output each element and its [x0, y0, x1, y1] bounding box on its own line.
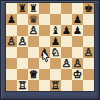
piece-black-king-h8[interactable]: ♚ [83, 3, 94, 14]
piece-white-pawn-g3[interactable]: ♙ [72, 58, 83, 69]
square-c5[interactable] [28, 36, 39, 47]
square-e2[interactable] [50, 69, 61, 80]
square-b7[interactable] [17, 14, 28, 25]
square-g4[interactable] [72, 47, 83, 58]
square-h8[interactable]: ♚ [83, 3, 94, 14]
piece-white-rook-e1[interactable]: ♖ [50, 80, 61, 91]
square-g3[interactable]: ♙ [72, 58, 83, 69]
square-a8[interactable] [6, 3, 17, 14]
square-f6[interactable]: ♟ [61, 25, 72, 36]
square-f2[interactable] [61, 69, 72, 80]
square-a3[interactable] [6, 58, 17, 69]
piece-white-rook-b1[interactable]: ♖ [17, 80, 28, 91]
square-d1[interactable] [39, 80, 50, 91]
square-d3[interactable] [39, 58, 50, 69]
square-f4[interactable] [61, 47, 72, 58]
square-a1[interactable] [6, 80, 17, 91]
square-a5[interactable]: ♙ [6, 36, 17, 47]
square-b6[interactable] [17, 25, 28, 36]
piece-black-pawn-g7[interactable]: ♟ [72, 14, 83, 25]
square-g6[interactable]: ♟ [72, 25, 83, 36]
square-a7[interactable]: ♟ [6, 14, 17, 25]
square-e3[interactable] [50, 58, 61, 69]
square-h1[interactable] [83, 80, 94, 91]
piece-white-pawn-b5[interactable]: ♙ [17, 36, 28, 47]
piece-black-rook-c8[interactable]: ♜ [28, 3, 39, 14]
piece-black-pawn-d4[interactable]: ♟ [39, 47, 50, 58]
square-c4[interactable] [28, 47, 39, 58]
square-f5[interactable] [61, 36, 72, 47]
square-b5[interactable]: ♙ [17, 36, 28, 47]
square-d2[interactable] [39, 69, 50, 80]
square-b1[interactable]: ♖ [17, 80, 28, 91]
piece-black-rook-b8[interactable]: ♜ [17, 3, 28, 14]
square-a6[interactable] [6, 25, 17, 36]
square-g7[interactable]: ♟ [72, 14, 83, 25]
square-e1[interactable]: ♖ [50, 80, 61, 91]
piece-white-knight-e4[interactable]: ♘ [50, 47, 61, 58]
piece-white-pawn-c6[interactable]: ♙ [28, 25, 39, 36]
square-h5[interactable] [83, 36, 94, 47]
square-e5[interactable]: ♟ [50, 36, 61, 47]
square-e4[interactable]: ♘ [50, 47, 61, 58]
square-f7[interactable] [61, 14, 72, 25]
square-f8[interactable] [61, 3, 72, 14]
piece-black-bishop-e6[interactable]: ♝ [50, 25, 61, 36]
square-a4[interactable] [6, 47, 17, 58]
square-c6[interactable]: ♙ [28, 25, 39, 36]
square-h4[interactable]: ♙ [83, 47, 94, 58]
piece-black-pawn-g6[interactable]: ♟ [72, 25, 83, 36]
square-d6[interactable] [39, 25, 50, 36]
square-h7[interactable] [83, 14, 94, 25]
square-e8[interactable] [50, 3, 61, 14]
square-d7[interactable] [39, 14, 50, 25]
piece-white-pawn-f3[interactable]: ♙ [61, 58, 72, 69]
square-b3[interactable] [17, 58, 28, 69]
square-h3[interactable] [83, 58, 94, 69]
square-c8[interactable]: ♜ [28, 3, 39, 14]
piece-white-queen-c2[interactable]: ♕ [28, 69, 39, 80]
piece-black-queen-c7[interactable]: ♛ [28, 14, 39, 25]
piece-white-king-g2[interactable]: ♔ [72, 69, 83, 80]
square-c7[interactable]: ♛ [28, 14, 39, 25]
square-b8[interactable]: ♜ [17, 3, 28, 14]
square-d8[interactable] [39, 3, 50, 14]
square-h2[interactable] [83, 69, 94, 80]
square-d5[interactable] [39, 36, 50, 47]
square-g2[interactable]: ♔ [72, 69, 83, 80]
square-b4[interactable] [17, 47, 28, 58]
square-h6[interactable] [83, 25, 94, 36]
square-c3[interactable] [28, 58, 39, 69]
piece-black-pawn-a7[interactable]: ♟ [6, 14, 17, 25]
piece-black-pawn-e5[interactable]: ♟ [50, 36, 61, 47]
square-d4[interactable]: ♟ [39, 47, 50, 58]
square-f1[interactable] [61, 80, 72, 91]
square-c1[interactable] [28, 80, 39, 91]
square-f3[interactable]: ♙ [61, 58, 72, 69]
chess-board: ♜♜♚♟♛♟♙♝♟♟♙♙♟♟♘♙♙♙♕♔♖♖ [6, 3, 94, 91]
square-b2[interactable] [17, 69, 28, 80]
square-g8[interactable] [72, 3, 83, 14]
square-e6[interactable]: ♝ [50, 25, 61, 36]
square-g5[interactable] [72, 36, 83, 47]
square-e7[interactable] [50, 14, 61, 25]
piece-black-pawn-f6[interactable]: ♟ [61, 25, 72, 36]
piece-white-pawn-a5[interactable]: ♙ [6, 36, 17, 47]
square-c2[interactable]: ♕ [28, 69, 39, 80]
square-a2[interactable] [6, 69, 17, 80]
square-g1[interactable] [72, 80, 83, 91]
piece-white-pawn-h4[interactable]: ♙ [83, 47, 94, 58]
